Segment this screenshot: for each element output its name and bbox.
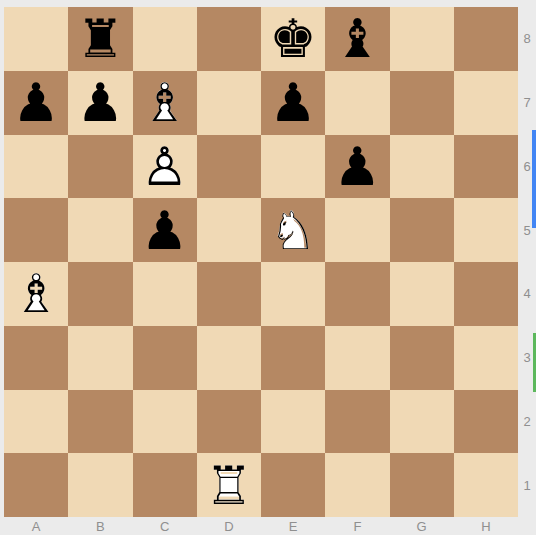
- square-h1[interactable]: [454, 453, 518, 517]
- square-d7[interactable]: [197, 71, 261, 135]
- square-g4[interactable]: [390, 262, 454, 326]
- square-c8[interactable]: [133, 7, 197, 71]
- file-label-f: F: [325, 517, 389, 535]
- rank-label-1: 1: [518, 453, 536, 517]
- square-e8[interactable]: ♚: [261, 7, 325, 71]
- white-knight-icon: ♘: [269, 200, 317, 261]
- square-h5[interactable]: [454, 198, 518, 262]
- white-bishop-icon: ♗: [12, 263, 60, 324]
- square-e6[interactable]: [261, 135, 325, 199]
- square-b5[interactable]: [68, 198, 132, 262]
- piece-white-bishop-a4[interactable]: ♝♗: [12, 267, 60, 320]
- square-f1[interactable]: [325, 453, 389, 517]
- square-d3[interactable]: [197, 326, 261, 390]
- file-labels: ABCDEFGH: [4, 517, 518, 535]
- square-a6[interactable]: [4, 135, 68, 199]
- square-f4[interactable]: [325, 262, 389, 326]
- file-label-b: B: [68, 517, 132, 535]
- square-b4[interactable]: [68, 262, 132, 326]
- file-label-h: H: [454, 517, 518, 535]
- square-e7[interactable]: ♟: [261, 71, 325, 135]
- piece-black-pawn-c5[interactable]: ♟: [141, 204, 189, 257]
- square-e1[interactable]: [261, 453, 325, 517]
- square-a5[interactable]: [4, 198, 68, 262]
- square-b3[interactable]: [68, 326, 132, 390]
- square-a4[interactable]: ♝♗: [4, 262, 68, 326]
- chess-board: ♜♚♝♟♟♝♗♟♟♙♟♟♞♘♝♗♜♖: [4, 7, 518, 517]
- square-g1[interactable]: [390, 453, 454, 517]
- square-e5[interactable]: ♞♘: [261, 198, 325, 262]
- black-bishop-icon: ♝: [334, 8, 382, 69]
- piece-black-pawn-e7[interactable]: ♟: [269, 76, 317, 129]
- rank-label-8: 8: [518, 7, 536, 71]
- file-label-a: A: [4, 517, 68, 535]
- square-a3[interactable]: [4, 326, 68, 390]
- square-d6[interactable]: [197, 135, 261, 199]
- square-e3[interactable]: [261, 326, 325, 390]
- square-h3[interactable]: [454, 326, 518, 390]
- piece-white-rook-d1[interactable]: ♜♖: [205, 459, 253, 512]
- square-f2[interactable]: [325, 390, 389, 454]
- square-g2[interactable]: [390, 390, 454, 454]
- square-c2[interactable]: [133, 390, 197, 454]
- black-rook-icon: ♜: [77, 8, 125, 69]
- black-pawn-icon: ♟: [77, 72, 125, 133]
- white-bishop-icon: ♗: [141, 72, 189, 133]
- square-a2[interactable]: [4, 390, 68, 454]
- square-d2[interactable]: [197, 390, 261, 454]
- white-rook-icon: ♖: [205, 455, 253, 516]
- piece-white-bishop-c7[interactable]: ♝♗: [141, 76, 189, 129]
- square-h8[interactable]: [454, 7, 518, 71]
- black-pawn-icon: ♟: [334, 136, 382, 197]
- square-b8[interactable]: ♜: [68, 7, 132, 71]
- square-d8[interactable]: [197, 7, 261, 71]
- black-pawn-icon: ♟: [269, 72, 317, 133]
- square-g6[interactable]: [390, 135, 454, 199]
- rank-label-4: 4: [518, 262, 536, 326]
- square-h6[interactable]: [454, 135, 518, 199]
- square-e4[interactable]: [261, 262, 325, 326]
- file-label-d: D: [197, 517, 261, 535]
- scrollbar-thumb[interactable]: [532, 130, 536, 228]
- square-g5[interactable]: [390, 198, 454, 262]
- square-a8[interactable]: [4, 7, 68, 71]
- square-g3[interactable]: [390, 326, 454, 390]
- square-h4[interactable]: [454, 262, 518, 326]
- piece-black-pawn-f6[interactable]: ♟: [334, 140, 382, 193]
- piece-white-knight-e5[interactable]: ♞♘: [269, 204, 317, 257]
- square-c3[interactable]: [133, 326, 197, 390]
- square-a7[interactable]: ♟: [4, 71, 68, 135]
- square-d4[interactable]: [197, 262, 261, 326]
- square-c4[interactable]: [133, 262, 197, 326]
- piece-white-pawn-c6[interactable]: ♟♙: [141, 140, 189, 193]
- square-b7[interactable]: ♟: [68, 71, 132, 135]
- rank-label-2: 2: [518, 390, 536, 454]
- square-f7[interactable]: [325, 71, 389, 135]
- white-pawn-icon: ♙: [141, 136, 189, 197]
- black-king-icon: ♚: [269, 8, 317, 69]
- square-f3[interactable]: [325, 326, 389, 390]
- square-h7[interactable]: [454, 71, 518, 135]
- square-g7[interactable]: [390, 71, 454, 135]
- rank-labels: 87654321: [518, 7, 536, 517]
- square-f6[interactable]: ♟: [325, 135, 389, 199]
- square-f5[interactable]: [325, 198, 389, 262]
- rank-label-7: 7: [518, 71, 536, 135]
- square-d5[interactable]: [197, 198, 261, 262]
- square-b1[interactable]: [68, 453, 132, 517]
- file-label-g: G: [390, 517, 454, 535]
- square-b6[interactable]: [68, 135, 132, 199]
- piece-black-bishop-f8[interactable]: ♝: [334, 12, 382, 65]
- file-label-c: C: [133, 517, 197, 535]
- square-c1[interactable]: [133, 453, 197, 517]
- square-g8[interactable]: [390, 7, 454, 71]
- square-e2[interactable]: [261, 390, 325, 454]
- file-label-e: E: [261, 517, 325, 535]
- square-d1[interactable]: ♜♖: [197, 453, 261, 517]
- piece-black-pawn-a7[interactable]: ♟: [12, 76, 60, 129]
- square-h2[interactable]: [454, 390, 518, 454]
- square-c7[interactable]: ♝♗: [133, 71, 197, 135]
- black-pawn-icon: ♟: [12, 72, 60, 133]
- black-pawn-icon: ♟: [141, 200, 189, 261]
- piece-black-rook-b8[interactable]: ♜: [77, 12, 125, 65]
- piece-black-pawn-b7[interactable]: ♟: [77, 76, 125, 129]
- square-c6[interactable]: ♟♙: [133, 135, 197, 199]
- square-f8[interactable]: ♝: [325, 7, 389, 71]
- square-b2[interactable]: [68, 390, 132, 454]
- piece-black-king-e8[interactable]: ♚: [269, 12, 317, 65]
- square-c5[interactable]: ♟: [133, 198, 197, 262]
- square-a1[interactable]: [4, 453, 68, 517]
